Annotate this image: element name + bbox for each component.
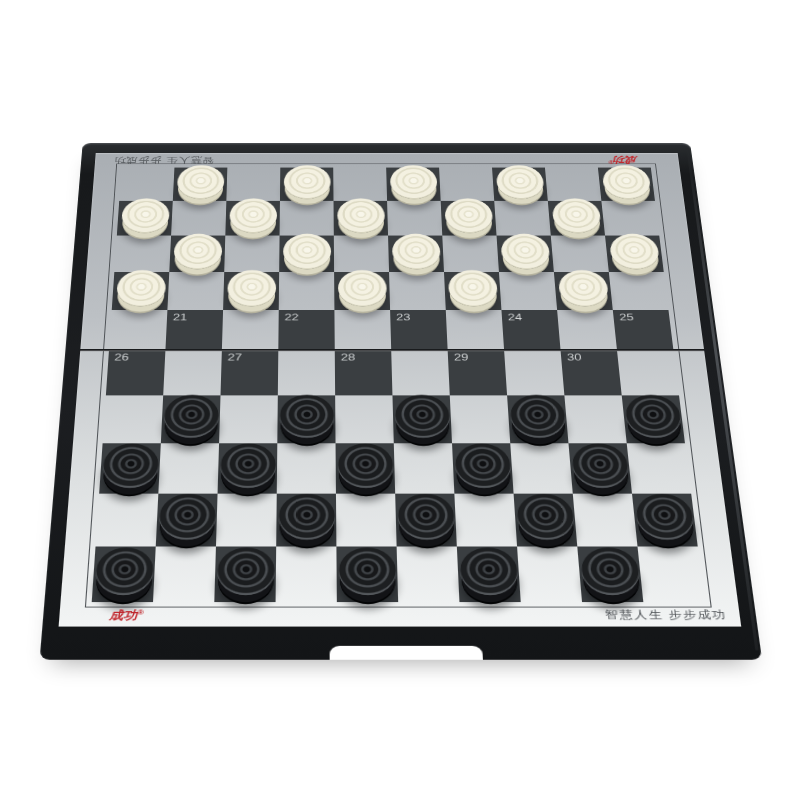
white-man-square-20[interactable] — [557, 270, 609, 307]
square-light[interactable] — [609, 272, 669, 310]
black-man-square-47[interactable] — [216, 547, 274, 595]
square-number-label: 27 — [227, 352, 242, 362]
square-2[interactable] — [280, 168, 334, 201]
square-light[interactable] — [276, 546, 337, 602]
square-7[interactable] — [225, 201, 280, 236]
square-18[interactable] — [334, 272, 390, 310]
square-light[interactable] — [335, 395, 394, 443]
square-light[interactable] — [278, 350, 335, 396]
square-light[interactable] — [551, 236, 609, 272]
white-man-square-16[interactable] — [115, 270, 166, 307]
square-light[interactable] — [171, 201, 226, 236]
square-light[interactable] — [499, 272, 557, 310]
black-man-square-46[interactable] — [94, 547, 154, 595]
black-man-square-43[interactable] — [397, 494, 455, 540]
square-light[interactable] — [119, 168, 174, 201]
square-light[interactable] — [163, 350, 222, 396]
square-3[interactable] — [386, 168, 440, 201]
square-4[interactable] — [492, 168, 548, 201]
white-man-square-13[interactable] — [391, 233, 440, 269]
black-man-square-45[interactable] — [634, 494, 696, 540]
square-light[interactable] — [226, 168, 280, 201]
square-number-label: 30 — [567, 352, 582, 362]
square-28[interactable]: 28 — [335, 350, 393, 396]
board-border: 21222324252627282930 — [85, 164, 712, 608]
square-43[interactable] — [395, 494, 457, 547]
square-42[interactable] — [276, 494, 336, 547]
white-man-square-2[interactable] — [283, 165, 330, 199]
square-light[interactable] — [442, 236, 499, 272]
black-man-square-50[interactable] — [579, 547, 641, 595]
square-14[interactable] — [497, 236, 554, 272]
square-30[interactable]: 30 — [561, 350, 622, 396]
square-17[interactable] — [223, 272, 279, 310]
square-light[interactable] — [627, 443, 691, 493]
square-48[interactable] — [336, 546, 398, 602]
square-light[interactable] — [222, 310, 279, 350]
board-sheet: 智慧人生 步步成功 成功® 21222324252627282930 成功® 智… — [59, 153, 742, 627]
square-light[interactable] — [387, 201, 442, 236]
black-man-square-33[interactable] — [394, 395, 450, 438]
square-number-label: 24 — [507, 312, 522, 322]
square-1[interactable] — [173, 168, 228, 201]
square-19[interactable] — [444, 272, 501, 310]
square-11[interactable] — [169, 236, 225, 272]
square-50[interactable] — [577, 546, 643, 602]
square-33[interactable] — [392, 395, 452, 443]
white-man-square-6[interactable] — [120, 198, 169, 233]
square-light[interactable] — [397, 546, 460, 602]
square-9[interactable] — [441, 201, 497, 236]
white-man-square-12[interactable] — [283, 233, 331, 269]
square-27[interactable]: 27 — [221, 350, 279, 396]
top-slogan-rotated: 智慧人生 步步成功 — [113, 154, 214, 165]
square-40[interactable] — [568, 443, 631, 493]
square-light[interactable] — [109, 310, 167, 350]
white-man-square-8[interactable] — [337, 198, 385, 233]
square-number-label: 29 — [454, 352, 469, 362]
board-grid: 21222324252627282930 — [92, 168, 705, 603]
square-light[interactable] — [394, 443, 455, 493]
board-3d: 智慧人生 步步成功 成功® 21222324252627282930 成功® 智… — [40, 143, 763, 660]
square-22[interactable]: 22 — [278, 310, 334, 350]
square-6[interactable] — [117, 201, 173, 236]
product-photo-background: 智慧人生 步步成功 成功® 21222324252627282930 成功® 智… — [0, 0, 800, 800]
square-light[interactable] — [279, 272, 335, 310]
black-man-square-31[interactable] — [163, 395, 219, 438]
square-light[interactable] — [216, 494, 277, 547]
white-man-square-18[interactable] — [337, 270, 386, 307]
square-light[interactable] — [439, 168, 494, 201]
white-man-square-14[interactable] — [500, 233, 551, 269]
bottom-brand-logo: 成功® — [109, 608, 144, 624]
black-man-square-37[interactable] — [219, 443, 275, 487]
white-man-square-7[interactable] — [229, 198, 277, 233]
white-man-square-1[interactable] — [176, 165, 224, 199]
square-46[interactable] — [92, 546, 156, 602]
black-man-square-41[interactable] — [158, 494, 216, 540]
square-light[interactable] — [153, 546, 216, 602]
square-light[interactable] — [280, 201, 334, 236]
square-39[interactable] — [452, 443, 514, 493]
square-light[interactable] — [114, 236, 171, 272]
square-34[interactable] — [507, 395, 568, 443]
square-36[interactable] — [99, 443, 161, 493]
square-light[interactable] — [494, 201, 551, 236]
fold-hinge — [80, 349, 704, 351]
square-light[interactable] — [504, 350, 564, 396]
square-35[interactable] — [622, 395, 685, 443]
square-light[interactable] — [617, 350, 679, 396]
black-man-square-39[interactable] — [454, 443, 512, 487]
white-man-square-19[interactable] — [447, 270, 498, 307]
brand-text: 成功 — [109, 608, 138, 622]
square-25[interactable]: 25 — [613, 310, 674, 350]
square-light[interactable] — [336, 494, 397, 547]
brand-text: 成功 — [613, 155, 638, 165]
square-15[interactable] — [605, 236, 664, 272]
square-light[interactable] — [158, 443, 219, 493]
white-man-square-11[interactable] — [173, 233, 222, 269]
registered-mark: ® — [608, 159, 614, 165]
black-man-square-34[interactable] — [509, 395, 567, 438]
square-13[interactable] — [388, 236, 444, 272]
square-26[interactable]: 26 — [106, 350, 166, 396]
square-20[interactable] — [554, 272, 613, 310]
square-number-label: 21 — [173, 312, 188, 322]
white-man-square-4[interactable] — [495, 165, 544, 199]
black-man-square-32[interactable] — [279, 395, 334, 438]
square-29[interactable]: 29 — [448, 350, 507, 396]
white-man-square-17[interactable] — [227, 270, 276, 307]
square-number-label: 28 — [341, 352, 355, 362]
square-light[interactable] — [573, 494, 638, 547]
square-12[interactable] — [279, 236, 334, 272]
black-man-square-48[interactable] — [338, 547, 396, 595]
white-man-square-9[interactable] — [444, 198, 493, 233]
square-light[interactable] — [334, 310, 391, 350]
black-man-square-44[interactable] — [515, 494, 575, 540]
black-man-square-49[interactable] — [458, 547, 518, 595]
square-light[interactable] — [564, 395, 626, 443]
square-light[interactable] — [517, 546, 582, 602]
square-light[interactable] — [446, 310, 504, 350]
white-man-square-5[interactable] — [601, 165, 652, 199]
white-man-square-3[interactable] — [389, 165, 437, 199]
square-31[interactable] — [161, 395, 221, 443]
square-24[interactable]: 24 — [501, 310, 560, 350]
square-number-label: 26 — [114, 352, 129, 362]
checkers-set: 智慧人生 步步成功 成功® 21222324252627282930 成功® 智… — [54, 49, 732, 709]
white-man-square-15[interactable] — [608, 233, 660, 269]
square-light[interactable] — [96, 494, 159, 547]
square-light[interactable] — [638, 546, 705, 602]
square-number-label: 23 — [396, 312, 410, 322]
square-light[interactable] — [333, 168, 387, 201]
white-man-square-10[interactable] — [551, 198, 602, 233]
square-light[interactable] — [219, 395, 278, 443]
square-number-label: 22 — [285, 312, 299, 322]
square-light[interactable] — [389, 272, 446, 310]
square-10[interactable] — [548, 201, 605, 236]
square-light[interactable] — [391, 350, 450, 396]
square-21[interactable]: 21 — [165, 310, 223, 350]
square-44[interactable] — [514, 494, 578, 547]
square-light[interactable] — [334, 236, 389, 272]
square-light[interactable] — [545, 168, 601, 201]
square-16[interactable] — [112, 272, 170, 310]
fold-notch — [330, 646, 483, 660]
square-38[interactable] — [336, 443, 396, 493]
square-37[interactable] — [218, 443, 278, 493]
black-man-square-42[interactable] — [278, 494, 335, 540]
square-45[interactable] — [632, 494, 698, 547]
black-man-square-38[interactable] — [337, 443, 393, 487]
square-light[interactable] — [557, 310, 617, 350]
square-23[interactable]: 23 — [390, 310, 448, 350]
square-light[interactable] — [450, 395, 510, 443]
square-5[interactable] — [598, 168, 655, 201]
black-man-square-35[interactable] — [623, 395, 683, 438]
board-frame: 智慧人生 步步成功 成功® 21222324252627282930 成功® 智… — [40, 143, 763, 660]
square-number-label: 25 — [619, 312, 634, 322]
square-41[interactable] — [156, 494, 218, 547]
square-light[interactable] — [277, 443, 336, 493]
square-8[interactable] — [334, 201, 389, 236]
square-32[interactable] — [277, 395, 335, 443]
black-man-square-36[interactable] — [101, 443, 159, 487]
registered-mark: ® — [137, 608, 144, 616]
top-brand-logo-rotated: 成功® — [608, 154, 639, 166]
square-light[interactable] — [510, 443, 573, 493]
square-light[interactable] — [454, 494, 517, 547]
square-light[interactable] — [103, 395, 164, 443]
square-49[interactable] — [457, 546, 521, 602]
square-light[interactable] — [167, 272, 224, 310]
square-light[interactable] — [601, 201, 659, 236]
bottom-slogan: 智慧人生 步步成功 — [604, 608, 728, 623]
black-man-square-40[interactable] — [570, 443, 630, 487]
square-light[interactable] — [224, 236, 279, 272]
square-47[interactable] — [214, 546, 276, 602]
